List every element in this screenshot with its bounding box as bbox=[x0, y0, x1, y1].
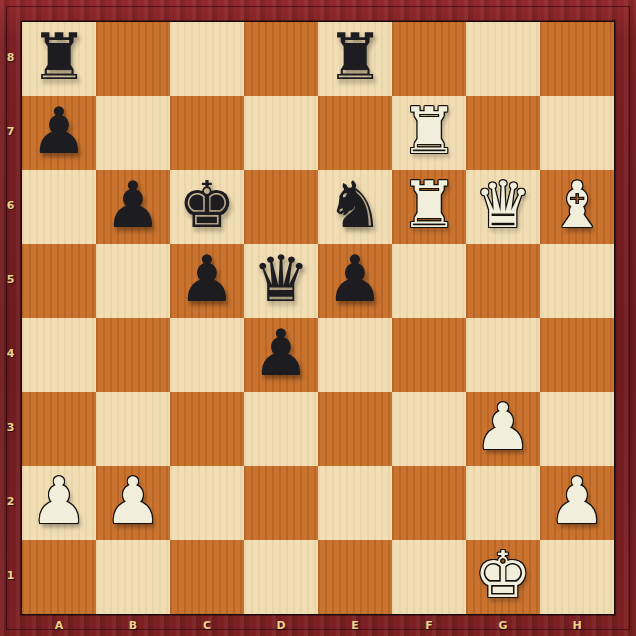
square-a3[interactable] bbox=[22, 392, 96, 466]
square-a5[interactable] bbox=[22, 244, 96, 318]
white-rook-icon[interactable]: ♜ bbox=[400, 173, 457, 237]
square-b5[interactable] bbox=[96, 244, 170, 318]
square-f4[interactable] bbox=[392, 318, 466, 392]
square-h5[interactable] bbox=[540, 244, 614, 318]
chess-board: ♜♜♟♜♟♚♞♜♛♝♟♛♟♟♟♟♟♟♚ bbox=[21, 21, 615, 615]
file-label-c: C bbox=[170, 615, 244, 636]
square-f1[interactable] bbox=[392, 540, 466, 614]
square-d7[interactable] bbox=[244, 96, 318, 170]
square-a8[interactable]: ♜ bbox=[22, 22, 96, 96]
file-label-e: E bbox=[318, 615, 392, 636]
black-rook-icon[interactable]: ♜ bbox=[326, 25, 383, 89]
square-e5[interactable]: ♟ bbox=[318, 244, 392, 318]
square-b8[interactable] bbox=[96, 22, 170, 96]
square-c8[interactable] bbox=[170, 22, 244, 96]
square-g5[interactable] bbox=[466, 244, 540, 318]
black-pawn-icon[interactable]: ♟ bbox=[104, 173, 161, 237]
square-d1[interactable] bbox=[244, 540, 318, 614]
black-pawn-icon[interactable]: ♟ bbox=[326, 247, 383, 311]
square-c5[interactable]: ♟ bbox=[170, 244, 244, 318]
square-g6[interactable]: ♛ bbox=[466, 170, 540, 244]
square-b1[interactable] bbox=[96, 540, 170, 614]
white-pawn-icon[interactable]: ♟ bbox=[104, 469, 161, 533]
square-h1[interactable] bbox=[540, 540, 614, 614]
square-g8[interactable] bbox=[466, 22, 540, 96]
square-d3[interactable] bbox=[244, 392, 318, 466]
square-b7[interactable] bbox=[96, 96, 170, 170]
square-e2[interactable] bbox=[318, 466, 392, 540]
square-h2[interactable]: ♟ bbox=[540, 466, 614, 540]
square-c6[interactable]: ♚ bbox=[170, 170, 244, 244]
square-e8[interactable]: ♜ bbox=[318, 22, 392, 96]
square-b3[interactable] bbox=[96, 392, 170, 466]
square-f8[interactable] bbox=[392, 22, 466, 96]
square-e7[interactable] bbox=[318, 96, 392, 170]
board-frame: ♜♜♟♜♟♚♞♜♛♝♟♛♟♟♟♟♟♟♚ 87654321ABCDEFGH bbox=[0, 0, 636, 636]
square-b4[interactable] bbox=[96, 318, 170, 392]
black-pawn-icon[interactable]: ♟ bbox=[252, 321, 309, 385]
black-pawn-icon[interactable]: ♟ bbox=[178, 247, 235, 311]
file-label-b: B bbox=[96, 615, 170, 636]
square-f3[interactable] bbox=[392, 392, 466, 466]
square-g4[interactable] bbox=[466, 318, 540, 392]
rank-label-3: 3 bbox=[0, 391, 21, 465]
square-a1[interactable] bbox=[22, 540, 96, 614]
square-e1[interactable] bbox=[318, 540, 392, 614]
square-f2[interactable] bbox=[392, 466, 466, 540]
square-e4[interactable] bbox=[318, 318, 392, 392]
file-label-g: G bbox=[466, 615, 540, 636]
square-g2[interactable] bbox=[466, 466, 540, 540]
square-c2[interactable] bbox=[170, 466, 244, 540]
square-g1[interactable]: ♚ bbox=[466, 540, 540, 614]
rank-label-2: 2 bbox=[0, 465, 21, 539]
rank-label-7: 7 bbox=[0, 95, 21, 169]
square-a2[interactable]: ♟ bbox=[22, 466, 96, 540]
file-label-f: F bbox=[392, 615, 466, 636]
white-rook-icon[interactable]: ♜ bbox=[400, 99, 457, 163]
square-e6[interactable]: ♞ bbox=[318, 170, 392, 244]
black-queen-icon[interactable]: ♛ bbox=[252, 247, 309, 311]
square-a6[interactable] bbox=[22, 170, 96, 244]
square-g3[interactable]: ♟ bbox=[466, 392, 540, 466]
square-h6[interactable]: ♝ bbox=[540, 170, 614, 244]
rank-label-5: 5 bbox=[0, 243, 21, 317]
square-c7[interactable] bbox=[170, 96, 244, 170]
square-h4[interactable] bbox=[540, 318, 614, 392]
square-f5[interactable] bbox=[392, 244, 466, 318]
white-king-icon[interactable]: ♚ bbox=[474, 543, 531, 607]
white-queen-icon[interactable]: ♛ bbox=[474, 173, 531, 237]
rank-label-6: 6 bbox=[0, 169, 21, 243]
square-d4[interactable]: ♟ bbox=[244, 318, 318, 392]
black-king-icon[interactable]: ♚ bbox=[178, 173, 235, 237]
rank-label-1: 1 bbox=[0, 539, 21, 613]
black-rook-icon[interactable]: ♜ bbox=[30, 25, 87, 89]
white-pawn-icon[interactable]: ♟ bbox=[548, 469, 605, 533]
file-label-a: A bbox=[22, 615, 96, 636]
square-a7[interactable]: ♟ bbox=[22, 96, 96, 170]
black-knight-icon[interactable]: ♞ bbox=[326, 173, 383, 237]
square-b2[interactable]: ♟ bbox=[96, 466, 170, 540]
file-label-h: H bbox=[540, 615, 614, 636]
square-h7[interactable] bbox=[540, 96, 614, 170]
white-pawn-icon[interactable]: ♟ bbox=[30, 469, 87, 533]
square-d6[interactable] bbox=[244, 170, 318, 244]
square-a4[interactable] bbox=[22, 318, 96, 392]
file-label-d: D bbox=[244, 615, 318, 636]
square-g7[interactable] bbox=[466, 96, 540, 170]
black-pawn-icon[interactable]: ♟ bbox=[30, 99, 87, 163]
square-h3[interactable] bbox=[540, 392, 614, 466]
square-h8[interactable] bbox=[540, 22, 614, 96]
square-e3[interactable] bbox=[318, 392, 392, 466]
square-b6[interactable]: ♟ bbox=[96, 170, 170, 244]
square-c3[interactable] bbox=[170, 392, 244, 466]
rank-label-8: 8 bbox=[0, 21, 21, 95]
square-f7[interactable]: ♜ bbox=[392, 96, 466, 170]
white-pawn-icon[interactable]: ♟ bbox=[474, 395, 531, 459]
white-bishop-icon[interactable]: ♝ bbox=[548, 173, 605, 237]
square-f6[interactable]: ♜ bbox=[392, 170, 466, 244]
square-c1[interactable] bbox=[170, 540, 244, 614]
rank-label-4: 4 bbox=[0, 317, 21, 391]
square-d8[interactable] bbox=[244, 22, 318, 96]
square-d2[interactable] bbox=[244, 466, 318, 540]
square-c4[interactable] bbox=[170, 318, 244, 392]
square-d5[interactable]: ♛ bbox=[244, 244, 318, 318]
